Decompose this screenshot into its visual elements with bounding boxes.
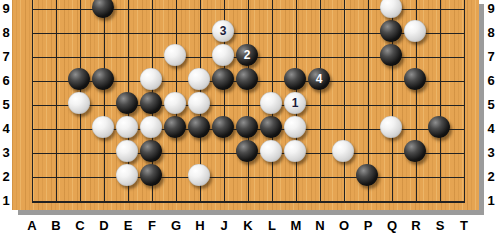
black-stone-F3[interactable] <box>140 140 162 162</box>
white-stone-Q9[interactable] <box>380 0 402 18</box>
white-stone-E2[interactable] <box>116 164 138 186</box>
black-stone-D6[interactable] <box>92 68 114 90</box>
white-stone-J8[interactable]: 3 <box>212 20 234 42</box>
white-stone-G5[interactable] <box>164 92 186 114</box>
black-stone-E5[interactable] <box>116 92 138 114</box>
black-stone-K4[interactable] <box>236 116 258 138</box>
white-stone-C5[interactable] <box>68 92 90 114</box>
black-stone-R3[interactable] <box>404 140 426 162</box>
move-number-label: 1 <box>292 92 299 114</box>
white-stone-H6[interactable] <box>188 68 210 90</box>
black-stone-R6[interactable] <box>404 68 426 90</box>
white-stone-E4[interactable] <box>116 116 138 138</box>
white-stone-E3[interactable] <box>116 140 138 162</box>
move-number-label: 2 <box>244 44 251 66</box>
white-stone-H5[interactable] <box>188 92 210 114</box>
white-stone-L3[interactable] <box>260 140 282 162</box>
white-stone-Q4[interactable] <box>380 116 402 138</box>
white-stone-H2[interactable] <box>188 164 210 186</box>
white-stone-F4[interactable] <box>140 116 162 138</box>
white-stone-R8[interactable] <box>404 20 426 42</box>
move-number-label: 3 <box>220 20 227 42</box>
black-stone-G4[interactable] <box>164 116 186 138</box>
go-diagram: 998877665544332211ABCDEFGHJKLMNOPQRST 24… <box>0 0 500 236</box>
black-stone-F5[interactable] <box>140 92 162 114</box>
white-stone-L5[interactable] <box>260 92 282 114</box>
black-stone-K7[interactable]: 2 <box>236 44 258 66</box>
black-stone-L4[interactable] <box>260 116 282 138</box>
black-stone-J4[interactable] <box>212 116 234 138</box>
white-stone-D4[interactable] <box>92 116 114 138</box>
black-stone-P2[interactable] <box>356 164 378 186</box>
black-stone-S4[interactable] <box>428 116 450 138</box>
black-stone-D9[interactable] <box>92 0 114 18</box>
white-stone-M4[interactable] <box>284 116 306 138</box>
black-stone-H4[interactable] <box>188 116 210 138</box>
move-number-label: 4 <box>316 68 323 90</box>
white-stone-F6[interactable] <box>140 68 162 90</box>
white-stone-M5[interactable]: 1 <box>284 92 306 114</box>
black-stone-M6[interactable] <box>284 68 306 90</box>
black-stone-Q7[interactable] <box>380 44 402 66</box>
black-stone-Q8[interactable] <box>380 20 402 42</box>
white-stone-G7[interactable] <box>164 44 186 66</box>
white-stone-M3[interactable] <box>284 140 306 162</box>
white-stone-O3[interactable] <box>332 140 354 162</box>
black-stone-N6[interactable]: 4 <box>308 68 330 90</box>
black-stone-F2[interactable] <box>140 164 162 186</box>
white-stone-J7[interactable] <box>212 44 234 66</box>
black-stone-K3[interactable] <box>236 140 258 162</box>
black-stone-C6[interactable] <box>68 68 90 90</box>
black-stone-J6[interactable] <box>212 68 234 90</box>
stone-layer: 2431 <box>0 0 500 236</box>
black-stone-K6[interactable] <box>236 68 258 90</box>
